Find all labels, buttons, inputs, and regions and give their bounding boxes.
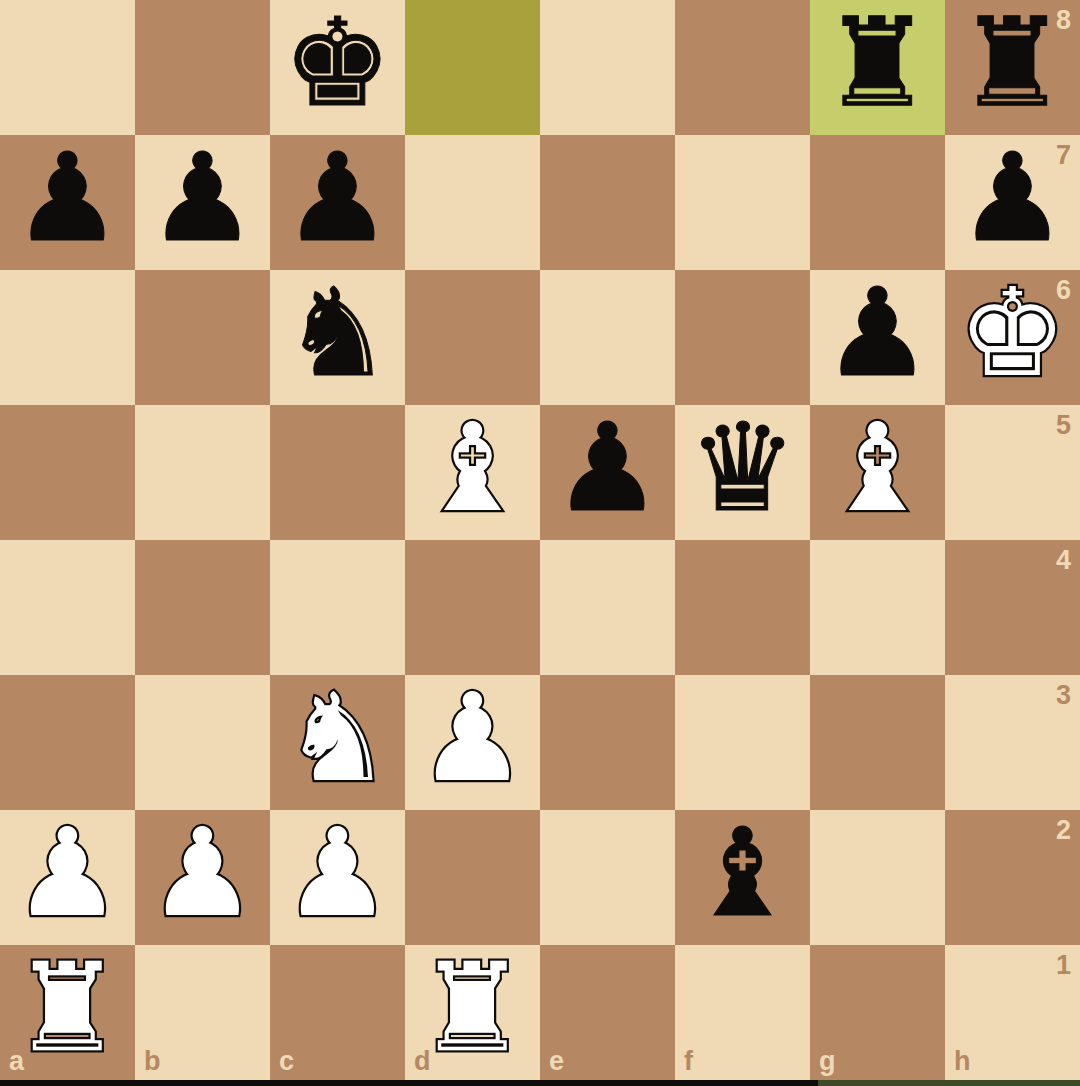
square-g2[interactable] bbox=[810, 810, 945, 945]
square-c8[interactable]: ♚ bbox=[270, 0, 405, 135]
square-h8[interactable]: ♜8 bbox=[945, 0, 1080, 135]
white-pawn-piece[interactable]: ♟ bbox=[13, 806, 122, 941]
square-d8[interactable] bbox=[405, 0, 540, 135]
square-a3[interactable] bbox=[0, 675, 135, 810]
square-c6[interactable]: ♞ bbox=[270, 270, 405, 405]
black-pawn-piece[interactable]: ♟ bbox=[148, 131, 257, 266]
square-e4[interactable] bbox=[540, 540, 675, 675]
bottom-bar-left-segment bbox=[0, 1080, 818, 1086]
rank-label-6: 6 bbox=[1056, 277, 1071, 304]
square-g6[interactable]: ♟ bbox=[810, 270, 945, 405]
file-label-e: e bbox=[549, 1048, 564, 1075]
black-rook-piece[interactable]: ♜ bbox=[958, 0, 1067, 131]
square-h6[interactable]: ♚6 bbox=[945, 270, 1080, 405]
white-king-piece[interactable]: ♚ bbox=[958, 266, 1067, 401]
square-a6[interactable] bbox=[0, 270, 135, 405]
square-d5[interactable]: ♝ bbox=[405, 405, 540, 540]
black-knight-piece[interactable]: ♞ bbox=[283, 266, 392, 401]
rank-label-7: 7 bbox=[1056, 142, 1071, 169]
white-knight-piece[interactable]: ♞ bbox=[283, 671, 392, 806]
file-label-b: b bbox=[144, 1048, 161, 1075]
square-b1[interactable]: b bbox=[135, 945, 270, 1080]
square-g4[interactable] bbox=[810, 540, 945, 675]
black-pawn-piece[interactable]: ♟ bbox=[283, 131, 392, 266]
square-f2[interactable]: ♝ bbox=[675, 810, 810, 945]
square-b3[interactable] bbox=[135, 675, 270, 810]
square-d6[interactable] bbox=[405, 270, 540, 405]
file-label-g: g bbox=[819, 1048, 836, 1075]
black-queen-piece[interactable]: ♛ bbox=[688, 401, 797, 536]
square-d3[interactable]: ♟ bbox=[405, 675, 540, 810]
rank-label-1: 1 bbox=[1056, 952, 1071, 979]
white-bishop-piece[interactable]: ♝ bbox=[418, 401, 527, 536]
white-pawn-piece[interactable]: ♟ bbox=[418, 671, 527, 806]
square-h5[interactable]: 5 bbox=[945, 405, 1080, 540]
file-label-h: h bbox=[954, 1048, 971, 1075]
white-pawn-piece[interactable]: ♟ bbox=[148, 806, 257, 941]
white-rook-piece[interactable]: ♜ bbox=[418, 941, 527, 1076]
square-d1[interactable]: ♜d bbox=[405, 945, 540, 1080]
square-e5[interactable]: ♟ bbox=[540, 405, 675, 540]
square-b5[interactable] bbox=[135, 405, 270, 540]
square-f7[interactable] bbox=[675, 135, 810, 270]
black-king-piece[interactable]: ♚ bbox=[283, 0, 392, 131]
square-c2[interactable]: ♟ bbox=[270, 810, 405, 945]
square-f3[interactable] bbox=[675, 675, 810, 810]
square-c5[interactable] bbox=[270, 405, 405, 540]
square-f4[interactable] bbox=[675, 540, 810, 675]
black-pawn-piece[interactable]: ♟ bbox=[553, 401, 662, 536]
square-c1[interactable]: c bbox=[270, 945, 405, 1080]
square-g3[interactable] bbox=[810, 675, 945, 810]
file-label-a: a bbox=[9, 1048, 24, 1075]
rank-label-5: 5 bbox=[1056, 412, 1071, 439]
rank-label-8: 8 bbox=[1056, 7, 1071, 34]
square-f5[interactable]: ♛ bbox=[675, 405, 810, 540]
square-h1[interactable]: 1h bbox=[945, 945, 1080, 1080]
square-d7[interactable] bbox=[405, 135, 540, 270]
square-b2[interactable]: ♟ bbox=[135, 810, 270, 945]
square-e3[interactable] bbox=[540, 675, 675, 810]
rank-label-4: 4 bbox=[1056, 547, 1071, 574]
square-a5[interactable] bbox=[0, 405, 135, 540]
square-a8[interactable] bbox=[0, 0, 135, 135]
square-d2[interactable] bbox=[405, 810, 540, 945]
square-b7[interactable]: ♟ bbox=[135, 135, 270, 270]
square-c4[interactable] bbox=[270, 540, 405, 675]
white-rook-piece[interactable]: ♜ bbox=[13, 941, 122, 1076]
rank-label-3: 3 bbox=[1056, 682, 1071, 709]
square-b6[interactable] bbox=[135, 270, 270, 405]
square-e8[interactable] bbox=[540, 0, 675, 135]
square-h4[interactable]: 4 bbox=[945, 540, 1080, 675]
black-bishop-piece[interactable]: ♝ bbox=[688, 806, 797, 941]
square-e7[interactable] bbox=[540, 135, 675, 270]
square-c3[interactable]: ♞ bbox=[270, 675, 405, 810]
square-e1[interactable]: e bbox=[540, 945, 675, 1080]
file-label-f: f bbox=[684, 1048, 693, 1075]
black-pawn-piece[interactable]: ♟ bbox=[958, 131, 1067, 266]
square-g7[interactable] bbox=[810, 135, 945, 270]
rank-label-2: 2 bbox=[1056, 817, 1071, 844]
file-label-c: c bbox=[279, 1048, 294, 1075]
white-bishop-piece[interactable]: ♝ bbox=[823, 401, 932, 536]
square-f1[interactable]: f bbox=[675, 945, 810, 1080]
square-c7[interactable]: ♟ bbox=[270, 135, 405, 270]
square-h7[interactable]: ♟7 bbox=[945, 135, 1080, 270]
square-a2[interactable]: ♟ bbox=[0, 810, 135, 945]
bottom-bar bbox=[0, 1080, 1080, 1086]
square-a4[interactable] bbox=[0, 540, 135, 675]
square-b8[interactable] bbox=[135, 0, 270, 135]
chess-board: ♚♜♜8♟♟♟♟7♞♟♚6♝♟♛♝54♞♟3♟♟♟♝2♜abc♜defg1h bbox=[0, 0, 1080, 1080]
square-g1[interactable]: g bbox=[810, 945, 945, 1080]
black-rook-piece[interactable]: ♜ bbox=[823, 0, 932, 131]
square-f8[interactable] bbox=[675, 0, 810, 135]
square-f6[interactable] bbox=[675, 270, 810, 405]
white-pawn-piece[interactable]: ♟ bbox=[283, 806, 392, 941]
black-pawn-piece[interactable]: ♟ bbox=[823, 266, 932, 401]
square-g8[interactable]: ♜ bbox=[810, 0, 945, 135]
bottom-bar-right-segment bbox=[818, 1080, 1080, 1086]
square-e6[interactable] bbox=[540, 270, 675, 405]
square-h2[interactable]: 2 bbox=[945, 810, 1080, 945]
square-e2[interactable] bbox=[540, 810, 675, 945]
square-h3[interactable]: 3 bbox=[945, 675, 1080, 810]
square-g5[interactable]: ♝ bbox=[810, 405, 945, 540]
square-a7[interactable]: ♟ bbox=[0, 135, 135, 270]
square-b4[interactable] bbox=[135, 540, 270, 675]
square-d4[interactable] bbox=[405, 540, 540, 675]
black-pawn-piece[interactable]: ♟ bbox=[13, 131, 122, 266]
file-label-d: d bbox=[414, 1048, 431, 1075]
square-a1[interactable]: ♜a bbox=[0, 945, 135, 1080]
